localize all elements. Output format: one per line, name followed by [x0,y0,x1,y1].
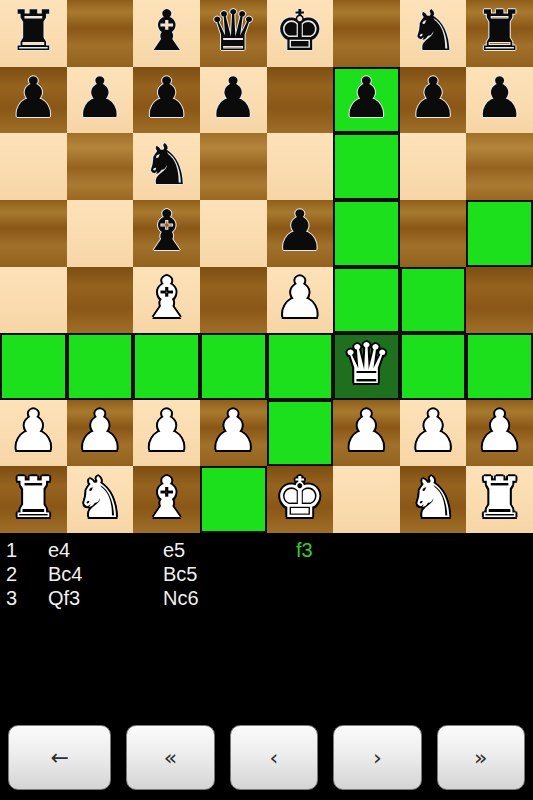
square-c5[interactable]: ♝ [133,200,200,267]
square-e3[interactable] [267,333,334,400]
square-g2[interactable]: ♟ [400,400,467,467]
pending-move-text [296,586,533,610]
white-pawn: ♟ [208,403,258,459]
white-king: ♚ [275,470,325,526]
white-pawn: ♟ [75,403,125,459]
square-h4[interactable] [466,267,533,334]
square-b7[interactable]: ♟ [67,67,134,134]
square-c6[interactable]: ♞ [133,133,200,200]
black-rook: ♜ [475,3,525,59]
square-d7[interactable]: ♟ [200,67,267,134]
square-a8[interactable]: ♜ [0,0,67,67]
square-e6[interactable] [267,133,334,200]
step-forward-button[interactable]: › [333,725,421,790]
square-b3[interactable] [67,333,134,400]
white-rook: ♜ [475,470,525,526]
white-pawn: ♟ [275,270,325,326]
white-knight: ♞ [75,470,125,526]
black-pawn: ♟ [8,70,58,126]
square-b5[interactable] [67,200,134,267]
black-filler [0,610,533,725]
white-queen: ♛ [341,336,391,392]
move-list: 1e4e5f32Bc4Bc53Qf3Nc6 [0,533,533,610]
square-a3[interactable] [0,333,67,400]
move-black[interactable]: Bc5 [163,562,296,586]
move-row: 1e4e5f3 [6,538,533,562]
square-e7[interactable] [267,67,334,134]
white-pawn: ♟ [8,403,58,459]
square-d2[interactable]: ♟ [200,400,267,467]
move-number: 1 [6,538,48,562]
square-f6[interactable] [333,133,400,200]
move-white[interactable]: Qf3 [48,586,163,610]
jump-to-start-button[interactable]: « [126,725,214,790]
square-c2[interactable]: ♟ [133,400,200,467]
square-e5[interactable]: ♟ [267,200,334,267]
chess-app: ♜♝♛♚♞♜♟♟♟♟♟♟♟♞♝♟♝♟♛♟♟♟♟♟♟♟♜♞♝♚♞♜ 1e4e5f3… [0,0,533,800]
square-d6[interactable] [200,133,267,200]
move-number: 3 [6,586,48,610]
square-b4[interactable] [67,267,134,334]
square-d3[interactable] [200,333,267,400]
square-c1[interactable]: ♝ [133,466,200,533]
square-b1[interactable]: ♞ [67,466,134,533]
square-h6[interactable] [466,133,533,200]
square-g6[interactable] [400,133,467,200]
black-rook: ♜ [8,3,58,59]
square-d5[interactable] [200,200,267,267]
black-bishop: ♝ [141,3,191,59]
square-g4[interactable] [400,267,467,334]
white-pawn: ♟ [141,403,191,459]
white-pawn: ♟ [475,403,525,459]
square-f3[interactable]: ♛ [333,333,400,400]
move-black[interactable]: Nc6 [163,586,296,610]
square-f1[interactable] [333,466,400,533]
step-back-button[interactable]: ‹ [230,725,318,790]
square-f4[interactable] [333,267,400,334]
white-pawn: ♟ [341,403,391,459]
square-b8[interactable] [67,0,134,67]
black-pawn: ♟ [141,70,191,126]
square-h1[interactable]: ♜ [466,466,533,533]
jump-to-end-button[interactable]: » [437,725,525,790]
move-white[interactable]: e4 [48,538,163,562]
black-queen: ♛ [208,3,258,59]
square-d8[interactable]: ♛ [200,0,267,67]
square-e1[interactable]: ♚ [267,466,334,533]
black-pawn: ♟ [341,70,391,126]
square-b2[interactable]: ♟ [67,400,134,467]
black-pawn: ♟ [75,70,125,126]
square-c4[interactable]: ♝ [133,267,200,334]
move-row: 3Qf3Nc6 [6,586,533,610]
square-c7[interactable]: ♟ [133,67,200,134]
move-row: 2Bc4Bc5 [6,562,533,586]
square-e8[interactable]: ♚ [267,0,334,67]
chess-board: ♜♝♛♚♞♜♟♟♟♟♟♟♟♞♝♟♝♟♛♟♟♟♟♟♟♟♜♞♝♚♞♜ [0,0,533,533]
black-pawn: ♟ [275,203,325,259]
square-g1[interactable]: ♞ [400,466,467,533]
white-knight: ♞ [408,470,458,526]
black-pawn: ♟ [408,70,458,126]
white-bishop: ♝ [141,470,191,526]
square-c8[interactable]: ♝ [133,0,200,67]
black-pawn: ♟ [475,70,525,126]
navigation-toolbar: ←«‹›» [0,725,533,800]
square-h8[interactable]: ♜ [466,0,533,67]
square-e2[interactable] [267,400,334,467]
back-arrow-button[interactable]: ← [8,725,111,790]
square-a5[interactable] [0,200,67,267]
move-number: 2 [6,562,48,586]
square-g8[interactable]: ♞ [400,0,467,67]
white-rook: ♜ [8,470,58,526]
square-a2[interactable]: ♟ [0,400,67,467]
square-g7[interactable]: ♟ [400,67,467,134]
black-knight: ♞ [141,137,191,193]
square-a7[interactable]: ♟ [0,67,67,134]
move-white[interactable]: Bc4 [48,562,163,586]
move-black[interactable]: e5 [163,538,296,562]
square-h2[interactable]: ♟ [466,400,533,467]
square-c3[interactable] [133,333,200,400]
square-f8[interactable] [333,0,400,67]
square-f7[interactable]: ♟ [333,67,400,134]
black-knight: ♞ [408,3,458,59]
square-h7[interactable]: ♟ [466,67,533,134]
square-h5[interactable] [466,200,533,267]
black-pawn: ♟ [208,70,258,126]
square-d4[interactable] [200,267,267,334]
square-g5[interactable] [400,200,467,267]
square-a1[interactable]: ♜ [0,466,67,533]
white-bishop: ♝ [141,270,191,326]
square-b6[interactable] [67,133,134,200]
pending-move-text [296,562,533,586]
pending-move-text: f3 [296,538,533,562]
square-g3[interactable] [400,333,467,400]
square-f2[interactable]: ♟ [333,400,400,467]
black-king: ♚ [275,3,325,59]
square-h3[interactable] [466,333,533,400]
square-e4[interactable]: ♟ [267,267,334,334]
white-pawn: ♟ [408,403,458,459]
square-d1[interactable] [200,466,267,533]
square-a4[interactable] [0,267,67,334]
square-a6[interactable] [0,133,67,200]
square-f5[interactable] [333,200,400,267]
black-bishop: ♝ [141,203,191,259]
